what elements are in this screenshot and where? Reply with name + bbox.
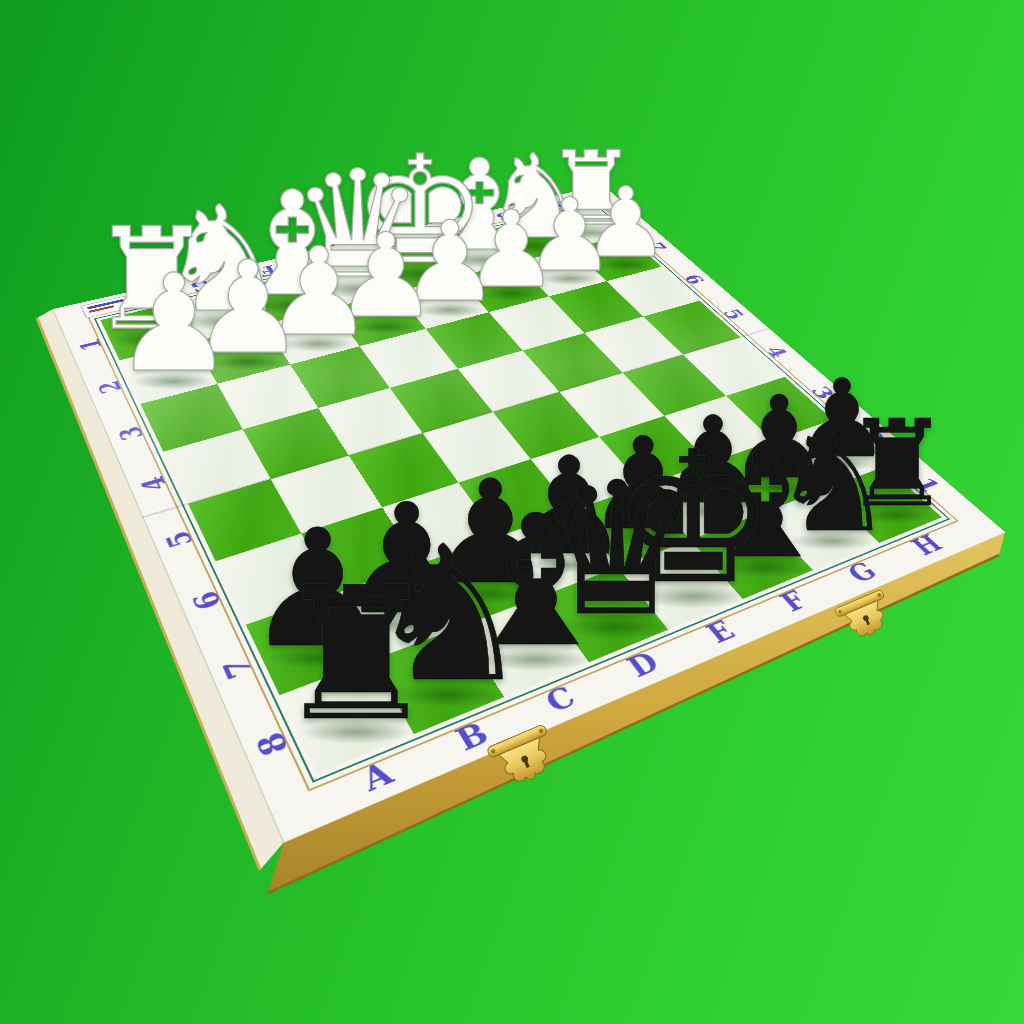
front-clasp-right: [834, 589, 896, 644]
clasps-layer: [0, 0, 1024, 1024]
front-clasp-left: [486, 724, 561, 791]
scene: 18HA27GB36FC45ED54DE63CF72BG81AH ♜♞♝♛♚♝♞…: [0, 0, 1024, 1024]
